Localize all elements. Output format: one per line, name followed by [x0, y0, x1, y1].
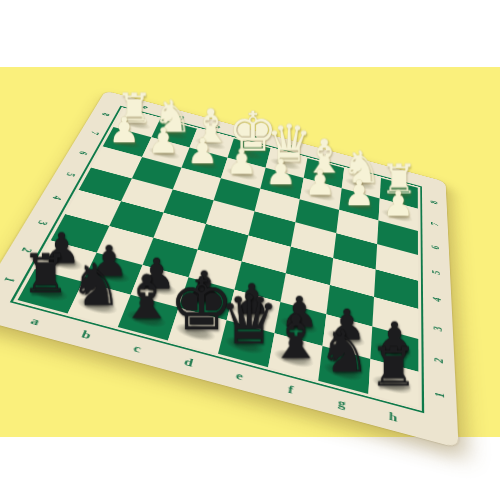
file-label-bottom-c: c — [122, 337, 153, 360]
file-label-bottom-d: d — [173, 351, 203, 374]
piece-white-pawn: ♟ — [378, 187, 419, 222]
chess-board: ♜♞♝♚♛♝♞♜♟♟♟♟♟♟♟♟♟♟♟♟♟♟♟♟♜♞♝♚♛♝♞♜ aabbccd… — [0, 91, 459, 449]
rank-label-right-6: 6 — [426, 239, 445, 256]
square-f1: ♝ — [268, 333, 322, 380]
piece-white-pawn: ♟ — [182, 134, 223, 169]
file-label-bottom-a: a — [18, 310, 52, 332]
piece-white-pawn: ♟ — [143, 124, 184, 159]
piece-black-queen: ♛ — [219, 286, 270, 354]
square-a5 — [79, 167, 132, 201]
square-e1: ♛ — [218, 320, 275, 367]
rank-label-right-4: 4 — [427, 290, 447, 309]
board-grid: ♜♞♝♚♛♝♞♜♟♟♟♟♟♟♟♟♟♟♟♟♟♟♟♟♜♞♝♚♛♝♞♜ — [18, 109, 419, 408]
piece-black-knight: ♞ — [70, 256, 121, 314]
file-label-bottom-e: e — [225, 364, 254, 388]
file-label-bottom-f: f — [277, 378, 305, 402]
rank-label-right-7: 7 — [426, 216, 444, 232]
rank-label-right-5: 5 — [426, 264, 445, 282]
board-tilt-wrapper: ♜♞♝♚♛♝♞♜♟♟♟♟♟♟♟♟♟♟♟♟♟♟♟♟♜♞♝♚♛♝♞♜ aabbccd… — [0, 91, 459, 449]
piece-black-rook: ♜ — [368, 340, 419, 394]
piece-black-knight: ♞ — [318, 322, 369, 380]
square-f4 — [286, 247, 333, 285]
piece-black-bishop: ♝ — [268, 307, 319, 368]
rank-label-right-1: 1 — [428, 383, 451, 407]
piece-white-pawn: ♟ — [300, 166, 341, 201]
rank-label-left-4: 4 — [44, 189, 71, 206]
piece-white-pawn: ♟ — [339, 176, 380, 211]
square-g1: ♞ — [318, 346, 370, 394]
rank-label-right-3: 3 — [427, 318, 448, 339]
rank-label-left-7: 7 — [83, 126, 106, 140]
piece-white-pawn: ♟ — [261, 155, 302, 190]
file-label-bottom-g: g — [328, 392, 355, 416]
piece-black-king: ♚ — [169, 268, 220, 341]
file-label-bottom-b: b — [70, 324, 102, 347]
piece-black-rook: ♜ — [20, 247, 71, 301]
photo-scene: ♜♞♝♚♛♝♞♜♟♟♟♟♟♟♟♟♟♟♟♟♟♟♟♟♜♞♝♚♛♝♞♜ aabbccd… — [0, 0, 500, 500]
rank-label-right-8: 8 — [425, 195, 442, 210]
square-h1: ♜ — [368, 359, 418, 408]
piece-white-pawn: ♟ — [221, 145, 262, 180]
piece-black-bishop: ♝ — [119, 267, 170, 328]
piece-white-pawn: ♟ — [104, 113, 145, 148]
square-c5 — [164, 189, 214, 224]
rank-label-left-5: 5 — [58, 167, 83, 183]
rank-label-right-2: 2 — [428, 349, 450, 371]
rank-label-left-6: 6 — [71, 146, 95, 161]
square-d5 — [206, 200, 255, 235]
file-label-bottom-h: h — [380, 405, 406, 429]
